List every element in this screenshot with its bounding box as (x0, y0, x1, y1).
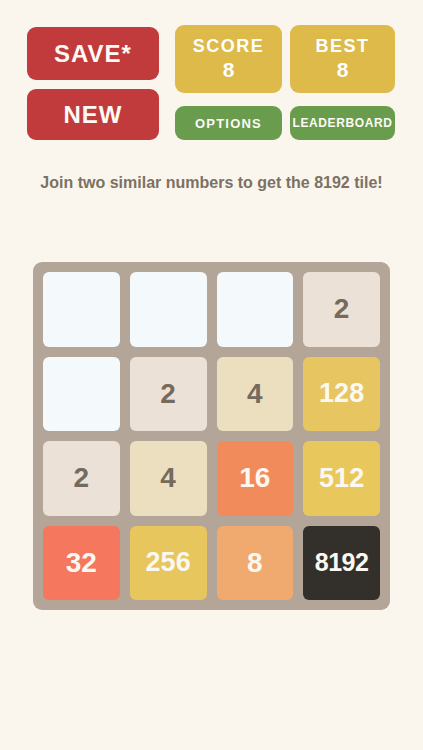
tile-32: 32 (43, 526, 120, 601)
leaderboard-button[interactable]: LEADERBOARD (290, 106, 395, 140)
score-box: SCORE 8 (175, 25, 282, 93)
save-button[interactable]: SAVE* (27, 27, 159, 80)
best-value: 8 (337, 57, 349, 82)
tile-128: 128 (303, 357, 380, 432)
new-game-button[interactable]: NEW (27, 89, 159, 140)
empty-cell (43, 357, 120, 432)
tile-2: 2 (130, 357, 207, 432)
empty-cell (130, 272, 207, 347)
empty-cell (43, 272, 120, 347)
tile-4: 4 (130, 441, 207, 516)
best-label: BEST (315, 36, 369, 57)
board[interactable]: 22412824165123225688192 (33, 262, 390, 610)
tile-2: 2 (303, 272, 380, 347)
score-label: SCORE (193, 36, 265, 57)
best-box: BEST 8 (290, 25, 395, 93)
tile-512: 512 (303, 441, 380, 516)
tile-2: 2 (43, 441, 120, 516)
instruction-text: Join two similar numbers to get the 8192… (0, 174, 423, 192)
tile-8192: 8192 (303, 526, 380, 601)
tile-8: 8 (217, 526, 294, 601)
score-value: 8 (223, 57, 235, 82)
tile-4: 4 (217, 357, 294, 432)
tile-256: 256 (130, 526, 207, 601)
tile-16: 16 (217, 441, 294, 516)
options-button[interactable]: OPTIONS (175, 106, 282, 140)
empty-cell (217, 272, 294, 347)
